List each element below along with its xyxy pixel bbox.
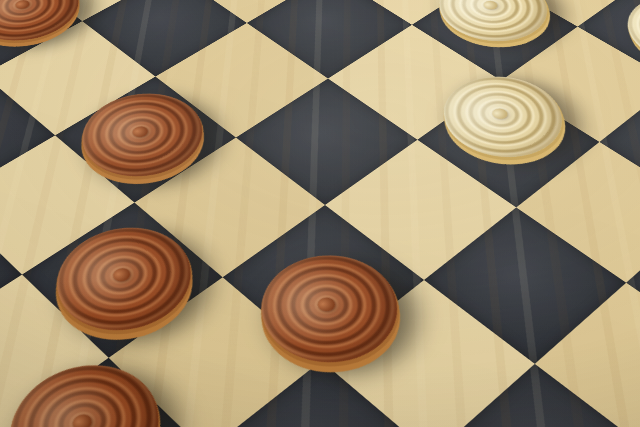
checkers-photo-scene [0, 0, 640, 427]
board-perspective-wrap [0, 0, 640, 427]
checkers-board[interactable] [0, 0, 640, 427]
